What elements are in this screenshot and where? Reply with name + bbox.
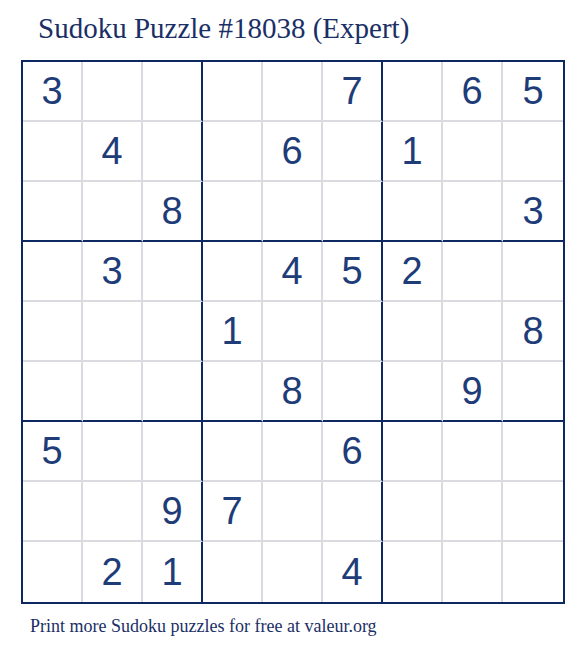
cell-r8c7[interactable]	[383, 482, 443, 542]
cell-r2c3[interactable]	[143, 122, 203, 182]
cell-r7c3[interactable]	[143, 422, 203, 482]
cell-r7c8[interactable]	[443, 422, 503, 482]
cell-r3c7[interactable]	[383, 182, 443, 242]
cell-r3c8[interactable]	[443, 182, 503, 242]
cell-r7c4[interactable]	[203, 422, 263, 482]
cell-r2c2[interactable]: 4	[83, 122, 143, 182]
cell-r8c5[interactable]	[263, 482, 323, 542]
footer-text: Print more Sudoku puzzles for free at va…	[30, 616, 377, 637]
cell-r9c5[interactable]	[263, 542, 323, 602]
cell-r5c8[interactable]	[443, 302, 503, 362]
sudoku-grid: 376546183345218895697214	[21, 60, 565, 604]
cell-r9c2[interactable]: 2	[83, 542, 143, 602]
cell-r1c9[interactable]: 5	[503, 62, 563, 122]
cell-r3c2[interactable]	[83, 182, 143, 242]
cell-r5c3[interactable]	[143, 302, 203, 362]
cell-r9c4[interactable]	[203, 542, 263, 602]
cell-r7c2[interactable]	[83, 422, 143, 482]
cell-r4c2[interactable]: 3	[83, 242, 143, 302]
cell-r6c9[interactable]	[503, 362, 563, 422]
cell-r6c4[interactable]	[203, 362, 263, 422]
cell-r4c5[interactable]: 4	[263, 242, 323, 302]
cell-r4c7[interactable]: 2	[383, 242, 443, 302]
cell-r7c5[interactable]	[263, 422, 323, 482]
cell-r4c6[interactable]: 5	[323, 242, 383, 302]
cell-r9c1[interactable]	[23, 542, 83, 602]
cell-r9c8[interactable]	[443, 542, 503, 602]
cell-r1c2[interactable]	[83, 62, 143, 122]
cell-r3c3[interactable]: 8	[143, 182, 203, 242]
cell-r4c4[interactable]	[203, 242, 263, 302]
cell-r9c3[interactable]: 1	[143, 542, 203, 602]
cell-r6c2[interactable]	[83, 362, 143, 422]
cell-r7c6[interactable]: 6	[323, 422, 383, 482]
cell-r8c4[interactable]: 7	[203, 482, 263, 542]
cell-r7c9[interactable]	[503, 422, 563, 482]
cell-r5c9[interactable]: 8	[503, 302, 563, 362]
cell-r1c1[interactable]: 3	[23, 62, 83, 122]
cell-r8c1[interactable]	[23, 482, 83, 542]
cell-r2c4[interactable]	[203, 122, 263, 182]
cell-r1c7[interactable]	[383, 62, 443, 122]
cell-r2c7[interactable]: 1	[383, 122, 443, 182]
cell-r2c6[interactable]	[323, 122, 383, 182]
cell-r4c3[interactable]	[143, 242, 203, 302]
cell-r3c6[interactable]	[323, 182, 383, 242]
cell-r9c6[interactable]: 4	[323, 542, 383, 602]
cell-r1c4[interactable]	[203, 62, 263, 122]
cell-r1c5[interactable]	[263, 62, 323, 122]
cell-r2c9[interactable]	[503, 122, 563, 182]
cell-r2c5[interactable]: 6	[263, 122, 323, 182]
cell-r9c9[interactable]	[503, 542, 563, 602]
cell-r8c8[interactable]	[443, 482, 503, 542]
cell-r3c4[interactable]	[203, 182, 263, 242]
cell-r1c6[interactable]: 7	[323, 62, 383, 122]
cell-r6c7[interactable]	[383, 362, 443, 422]
cell-r4c8[interactable]	[443, 242, 503, 302]
cell-r9c7[interactable]	[383, 542, 443, 602]
cell-r5c4[interactable]: 1	[203, 302, 263, 362]
cell-r4c1[interactable]	[23, 242, 83, 302]
cell-r4c9[interactable]	[503, 242, 563, 302]
cell-r8c3[interactable]: 9	[143, 482, 203, 542]
cell-r6c3[interactable]	[143, 362, 203, 422]
cell-r6c8[interactable]: 9	[443, 362, 503, 422]
cell-r5c5[interactable]	[263, 302, 323, 362]
cell-r2c8[interactable]	[443, 122, 503, 182]
cell-r8c2[interactable]	[83, 482, 143, 542]
cell-r2c1[interactable]	[23, 122, 83, 182]
cell-r5c1[interactable]	[23, 302, 83, 362]
cell-r5c6[interactable]	[323, 302, 383, 362]
cell-r5c2[interactable]	[83, 302, 143, 362]
sudoku-page: Sudoku Puzzle #18038 (Expert) 3765461833…	[0, 0, 580, 651]
cell-r1c8[interactable]: 6	[443, 62, 503, 122]
cell-r3c5[interactable]	[263, 182, 323, 242]
cell-r7c1[interactable]: 5	[23, 422, 83, 482]
cell-r8c9[interactable]	[503, 482, 563, 542]
cell-r1c3[interactable]	[143, 62, 203, 122]
cell-r5c7[interactable]	[383, 302, 443, 362]
cell-r6c5[interactable]: 8	[263, 362, 323, 422]
cell-r8c6[interactable]	[323, 482, 383, 542]
page-title: Sudoku Puzzle #18038 (Expert)	[38, 12, 409, 45]
cell-r3c1[interactable]	[23, 182, 83, 242]
cell-r6c1[interactable]	[23, 362, 83, 422]
cell-r6c6[interactable]	[323, 362, 383, 422]
cell-r7c7[interactable]	[383, 422, 443, 482]
cell-r3c9[interactable]: 3	[503, 182, 563, 242]
